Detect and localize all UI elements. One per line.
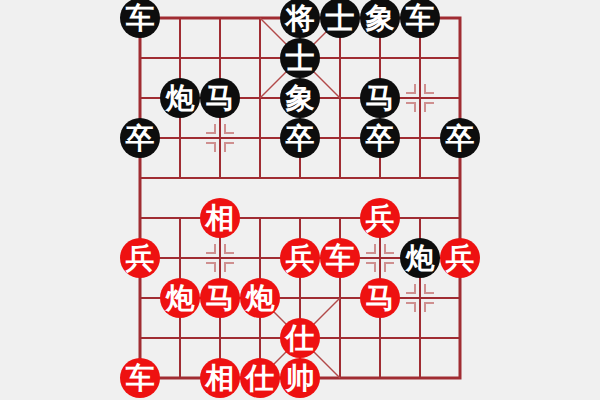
piece-black-advisor[interactable]: 士 (280, 38, 320, 78)
piece-black-elephant[interactable]: 象 (280, 78, 320, 118)
piece-red-cannon[interactable]: 炮 (160, 278, 200, 318)
piece-black-chariot[interactable]: 车 (120, 0, 160, 38)
piece-black-horse[interactable]: 马 (200, 78, 240, 118)
piece-black-cannon[interactable]: 炮 (400, 238, 440, 278)
piece-layer: 车将士象车士炮马象马卒卒卒卒炮相兵兵兵车兵炮马炮马仕车相仕帅 (120, 0, 480, 398)
piece-black-elephant[interactable]: 象 (360, 0, 400, 38)
piece-black-cannon[interactable]: 炮 (160, 78, 200, 118)
piece-red-advisor[interactable]: 仕 (280, 318, 320, 358)
piece-black-soldier[interactable]: 卒 (280, 118, 320, 158)
piece-red-chariot[interactable]: 车 (320, 238, 360, 278)
piece-red-soldier[interactable]: 兵 (440, 238, 480, 278)
piece-red-chariot[interactable]: 车 (120, 358, 160, 398)
piece-red-horse[interactable]: 马 (200, 278, 240, 318)
piece-black-soldier[interactable]: 卒 (120, 118, 160, 158)
piece-black-horse[interactable]: 马 (360, 78, 400, 118)
piece-red-horse[interactable]: 马 (360, 278, 400, 318)
piece-red-cannon[interactable]: 炮 (240, 278, 280, 318)
piece-black-soldier[interactable]: 卒 (440, 118, 480, 158)
piece-black-king[interactable]: 将 (280, 0, 320, 38)
piece-red-soldier[interactable]: 兵 (360, 198, 400, 238)
piece-black-advisor[interactable]: 士 (320, 0, 360, 38)
piece-red-king[interactable]: 帅 (280, 358, 320, 398)
xiangqi-board-screen: 车将士象车士炮马象马卒卒卒卒炮相兵兵兵车兵炮马炮马仕车相仕帅 (0, 0, 600, 400)
piece-red-soldier[interactable]: 兵 (120, 238, 160, 278)
piece-red-advisor[interactable]: 仕 (240, 358, 280, 398)
piece-red-elephant[interactable]: 相 (200, 358, 240, 398)
piece-red-elephant[interactable]: 相 (200, 198, 240, 238)
piece-black-soldier[interactable]: 卒 (360, 118, 400, 158)
piece-red-soldier[interactable]: 兵 (280, 238, 320, 278)
piece-black-chariot[interactable]: 车 (400, 0, 440, 38)
